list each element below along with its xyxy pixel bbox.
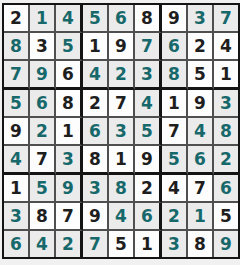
sudoku-cell-r3c9[interactable]: 1	[214, 61, 238, 90]
sudoku-cell-r2c3[interactable]: 5	[56, 33, 83, 61]
sudoku-cell-r4c4[interactable]: 2	[83, 90, 109, 118]
sudoku-cell-r8c1[interactable]: 3	[4, 203, 30, 231]
sudoku-cell-r5c3[interactable]: 1	[56, 118, 83, 146]
sudoku-cell-r7c4[interactable]: 3	[83, 175, 109, 203]
sudoku-cell-r2c2[interactable]: 3	[30, 33, 56, 61]
sudoku-cell-r3c3[interactable]: 6	[56, 61, 83, 90]
sudoku-cell-r5c5[interactable]: 3	[109, 118, 135, 146]
sudoku-cell-r6c8[interactable]: 6	[188, 146, 214, 175]
sudoku-cell-r2c9[interactable]: 4	[214, 33, 238, 61]
sudoku-board-wrapper: 2145689378351976247964238515682741939216…	[0, 0, 240, 259]
sudoku-cell-r4c3[interactable]: 8	[56, 90, 83, 118]
sudoku-cell-r5c2[interactable]: 2	[30, 118, 56, 146]
sudoku-cell-r6c5[interactable]: 1	[109, 146, 135, 175]
sudoku-cell-r4c9[interactable]: 3	[214, 90, 238, 118]
sudoku-cell-r7c3[interactable]: 9	[56, 175, 83, 203]
sudoku-cell-r2c8[interactable]: 2	[188, 33, 214, 61]
sudoku-cell-r8c9[interactable]: 5	[214, 203, 238, 231]
sudoku-cell-r9c2[interactable]: 4	[30, 231, 56, 257]
sudoku-cell-r6c9[interactable]: 2	[214, 146, 238, 175]
sudoku-cell-r5c7[interactable]: 7	[162, 118, 188, 146]
sudoku-cell-r1c1[interactable]: 2	[4, 5, 30, 33]
sudoku-cell-r1c7[interactable]: 9	[162, 5, 188, 33]
sudoku-cell-r7c8[interactable]: 7	[188, 175, 214, 203]
sudoku-cell-r3c6[interactable]: 3	[135, 61, 162, 90]
sudoku-cell-r3c4[interactable]: 4	[83, 61, 109, 90]
sudoku-cell-r9c1[interactable]: 6	[4, 231, 30, 257]
sudoku-cell-r5c6[interactable]: 5	[135, 118, 162, 146]
sudoku-cell-r9c9[interactable]: 9	[214, 231, 238, 257]
sudoku-cell-r6c4[interactable]: 8	[83, 146, 109, 175]
sudoku-cell-r6c2[interactable]: 7	[30, 146, 56, 175]
sudoku-cell-r8c7[interactable]: 2	[162, 203, 188, 231]
sudoku-cell-r8c3[interactable]: 7	[56, 203, 83, 231]
sudoku-cell-r3c5[interactable]: 2	[109, 61, 135, 90]
sudoku-cell-r1c3[interactable]: 4	[56, 5, 83, 33]
sudoku-cell-r8c6[interactable]: 6	[135, 203, 162, 231]
sudoku-cell-r6c6[interactable]: 9	[135, 146, 162, 175]
sudoku-cell-r3c1[interactable]: 7	[4, 61, 30, 90]
sudoku-cell-r4c6[interactable]: 4	[135, 90, 162, 118]
sudoku-cell-r9c5[interactable]: 5	[109, 231, 135, 257]
sudoku-cell-r4c8[interactable]: 9	[188, 90, 214, 118]
sudoku-cell-r2c4[interactable]: 1	[83, 33, 109, 61]
sudoku-cell-r9c6[interactable]: 1	[135, 231, 162, 257]
sudoku-cell-r9c3[interactable]: 2	[56, 231, 83, 257]
sudoku-cell-r2c1[interactable]: 8	[4, 33, 30, 61]
sudoku-cell-r3c8[interactable]: 5	[188, 61, 214, 90]
sudoku-cell-r1c2[interactable]: 1	[30, 5, 56, 33]
sudoku-cell-r6c3[interactable]: 3	[56, 146, 83, 175]
sudoku-cell-r3c7[interactable]: 8	[162, 61, 188, 90]
sudoku-cell-r8c5[interactable]: 4	[109, 203, 135, 231]
sudoku-cell-r9c7[interactable]: 3	[162, 231, 188, 257]
sudoku-cell-r9c8[interactable]: 8	[188, 231, 214, 257]
sudoku-cell-r1c5[interactable]: 6	[109, 5, 135, 33]
sudoku-cell-r1c9[interactable]: 7	[214, 5, 238, 33]
sudoku-cell-r9c4[interactable]: 7	[83, 231, 109, 257]
sudoku-cell-r1c8[interactable]: 3	[188, 5, 214, 33]
sudoku-cell-r5c8[interactable]: 4	[188, 118, 214, 146]
sudoku-cell-r7c1[interactable]: 1	[4, 175, 30, 203]
sudoku-cell-r4c1[interactable]: 5	[4, 90, 30, 118]
sudoku-cell-r8c2[interactable]: 8	[30, 203, 56, 231]
sudoku-cell-r7c9[interactable]: 6	[214, 175, 238, 203]
sudoku-board: 2145689378351976247964238515682741939216…	[2, 3, 240, 259]
sudoku-cell-r2c5[interactable]: 9	[109, 33, 135, 61]
sudoku-cell-r8c4[interactable]: 9	[83, 203, 109, 231]
sudoku-cell-r4c7[interactable]: 1	[162, 90, 188, 118]
sudoku-cell-r3c2[interactable]: 9	[30, 61, 56, 90]
sudoku-cell-r6c7[interactable]: 5	[162, 146, 188, 175]
sudoku-cell-r1c6[interactable]: 8	[135, 5, 162, 33]
sudoku-cell-r5c4[interactable]: 6	[83, 118, 109, 146]
sudoku-cell-r1c4[interactable]: 5	[83, 5, 109, 33]
sudoku-cell-r8c8[interactable]: 1	[188, 203, 214, 231]
sudoku-cell-r7c7[interactable]: 4	[162, 175, 188, 203]
sudoku-cell-r7c5[interactable]: 8	[109, 175, 135, 203]
sudoku-cell-r7c2[interactable]: 5	[30, 175, 56, 203]
sudoku-cell-r2c7[interactable]: 6	[162, 33, 188, 61]
sudoku-cell-r4c2[interactable]: 6	[30, 90, 56, 118]
sudoku-cell-r2c6[interactable]: 7	[135, 33, 162, 61]
sudoku-cell-r5c9[interactable]: 8	[214, 118, 238, 146]
sudoku-cell-r7c6[interactable]: 2	[135, 175, 162, 203]
sudoku-cell-r5c1[interactable]: 9	[4, 118, 30, 146]
sudoku-cell-r4c5[interactable]: 7	[109, 90, 135, 118]
sudoku-cell-r6c1[interactable]: 4	[4, 146, 30, 175]
